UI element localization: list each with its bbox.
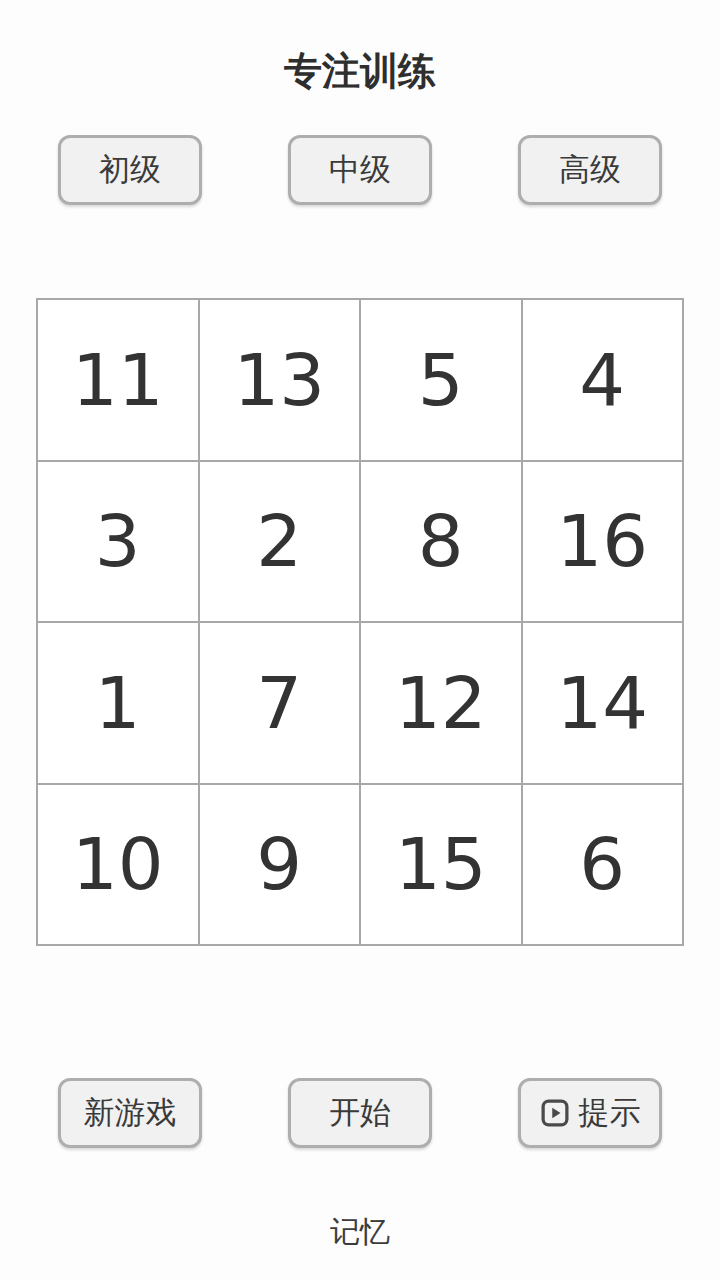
grid-cell-r4c1[interactable]: 10 — [38, 785, 198, 945]
grid-cell-r1c2[interactable]: 13 — [200, 300, 360, 460]
grid-cell-r2c4[interactable]: 16 — [523, 462, 683, 622]
grid-cell-r1c3[interactable]: 5 — [361, 300, 521, 460]
grid-cell-r4c2[interactable]: 9 — [200, 785, 360, 945]
start-button[interactable]: 开始 — [288, 1078, 432, 1148]
mode-caption: 记忆 — [0, 1212, 720, 1252]
grid-cell-r3c4[interactable]: 14 — [523, 623, 683, 783]
grid-cell-r1c1[interactable]: 11 — [38, 300, 198, 460]
difficulty-button-intermediate-label: 中级 — [329, 149, 391, 191]
difficulty-button-advanced[interactable]: 高级 — [518, 135, 662, 205]
page-title: 专注训练 — [0, 48, 720, 94]
difficulty-button-advanced-label: 高级 — [559, 149, 621, 191]
grid-cell-r1c4[interactable]: 4 — [523, 300, 683, 460]
actions-row: 新游戏 开始 提示 — [58, 1078, 662, 1148]
video-play-icon — [540, 1098, 570, 1128]
grid-cell-r3c3[interactable]: 12 — [361, 623, 521, 783]
hint-button-label: 提示 — [579, 1092, 641, 1134]
grid-cell-r4c4[interactable]: 6 — [523, 785, 683, 945]
difficulty-button-beginner[interactable]: 初级 — [58, 135, 202, 205]
number-grid: 11 13 5 4 3 2 8 16 1 7 12 14 10 9 15 6 — [36, 298, 684, 946]
grid-cell-r3c1[interactable]: 1 — [38, 623, 198, 783]
start-button-label: 开始 — [329, 1092, 391, 1134]
grid-cell-r2c1[interactable]: 3 — [38, 462, 198, 622]
difficulty-button-intermediate[interactable]: 中级 — [288, 135, 432, 205]
new-game-button[interactable]: 新游戏 — [58, 1078, 202, 1148]
difficulty-row: 初级 中级 高级 — [58, 135, 662, 205]
hint-button[interactable]: 提示 — [518, 1078, 662, 1148]
difficulty-button-beginner-label: 初级 — [99, 149, 161, 191]
grid-cell-r4c3[interactable]: 15 — [361, 785, 521, 945]
grid-cell-r2c2[interactable]: 2 — [200, 462, 360, 622]
grid-cell-r2c3[interactable]: 8 — [361, 462, 521, 622]
new-game-button-label: 新游戏 — [84, 1092, 177, 1134]
grid-cell-r3c2[interactable]: 7 — [200, 623, 360, 783]
